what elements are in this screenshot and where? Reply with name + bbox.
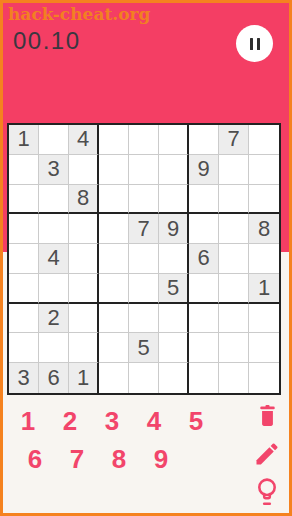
sudoku-board: 147398798465125361 bbox=[7, 123, 281, 395]
cell-r5c1[interactable] bbox=[9, 244, 39, 274]
cell-r4c3[interactable] bbox=[69, 214, 99, 244]
cell-r9c3[interactable]: 1 bbox=[69, 363, 99, 393]
pause-button[interactable] bbox=[236, 25, 273, 62]
cell-r3c1[interactable] bbox=[9, 185, 39, 215]
cell-r6c7[interactable] bbox=[189, 274, 219, 304]
cell-r1c9[interactable] bbox=[249, 125, 279, 155]
cell-r6c9[interactable]: 1 bbox=[249, 274, 279, 304]
cell-r7c9[interactable] bbox=[249, 304, 279, 334]
cell-r9c9[interactable] bbox=[249, 363, 279, 393]
cell-r4c5[interactable]: 7 bbox=[129, 214, 159, 244]
cell-r5c9[interactable] bbox=[249, 244, 279, 274]
numpad-button-9[interactable]: 9 bbox=[140, 441, 182, 477]
cell-r3c3[interactable]: 8 bbox=[69, 185, 99, 215]
cell-r3c7[interactable] bbox=[189, 185, 219, 215]
cell-r2c8[interactable] bbox=[219, 155, 249, 185]
cell-r8c9[interactable] bbox=[249, 333, 279, 363]
cell-r4c1[interactable] bbox=[9, 214, 39, 244]
cell-r7c5[interactable] bbox=[129, 304, 159, 334]
cell-r9c4[interactable] bbox=[99, 363, 129, 393]
pencil-button[interactable] bbox=[253, 440, 281, 468]
numpad-button-1[interactable]: 1 bbox=[7, 403, 49, 439]
cell-r3c9[interactable] bbox=[249, 185, 279, 215]
game-timer: 00.10 bbox=[13, 27, 81, 55]
cell-r3c4[interactable] bbox=[99, 185, 129, 215]
cell-r8c6[interactable] bbox=[159, 333, 189, 363]
cell-r4c9[interactable]: 8 bbox=[249, 214, 279, 244]
cell-r3c6[interactable] bbox=[159, 185, 189, 215]
numpad-button-6[interactable]: 6 bbox=[14, 441, 56, 477]
cell-r8c4[interactable] bbox=[99, 333, 129, 363]
cell-r9c7[interactable] bbox=[189, 363, 219, 393]
cell-r2c2[interactable]: 3 bbox=[39, 155, 69, 185]
cell-r2c5[interactable] bbox=[129, 155, 159, 185]
cell-r8c1[interactable] bbox=[9, 333, 39, 363]
numpad-row-2: 6789 bbox=[14, 441, 182, 477]
numpad-button-7[interactable]: 7 bbox=[56, 441, 98, 477]
numpad-button-2[interactable]: 2 bbox=[49, 403, 91, 439]
watermark-text: hack-cheat.org bbox=[8, 4, 150, 25]
cell-r2c4[interactable] bbox=[99, 155, 129, 185]
cell-r6c1[interactable] bbox=[9, 274, 39, 304]
cell-r8c5[interactable]: 5 bbox=[129, 333, 159, 363]
cell-r9c1[interactable]: 3 bbox=[9, 363, 39, 393]
cell-r6c5[interactable] bbox=[129, 274, 159, 304]
numpad-button-3[interactable]: 3 bbox=[91, 403, 133, 439]
cell-r5c6[interactable] bbox=[159, 244, 189, 274]
cell-r9c6[interactable] bbox=[159, 363, 189, 393]
cell-r8c3[interactable] bbox=[69, 333, 99, 363]
cell-r1c3[interactable]: 4 bbox=[69, 125, 99, 155]
cell-r2c1[interactable] bbox=[9, 155, 39, 185]
cell-r6c6[interactable]: 5 bbox=[159, 274, 189, 304]
cell-r3c8[interactable] bbox=[219, 185, 249, 215]
trash-icon bbox=[255, 414, 280, 431]
cell-r2c6[interactable] bbox=[159, 155, 189, 185]
cell-r6c3[interactable] bbox=[69, 274, 99, 304]
cell-r2c3[interactable] bbox=[69, 155, 99, 185]
cell-r5c5[interactable] bbox=[129, 244, 159, 274]
cell-r8c8[interactable] bbox=[219, 333, 249, 363]
lightbulb-icon bbox=[253, 494, 281, 511]
cell-r8c2[interactable] bbox=[39, 333, 69, 363]
cell-r5c8[interactable] bbox=[219, 244, 249, 274]
numpad-button-5[interactable]: 5 bbox=[175, 403, 217, 439]
cell-r6c8[interactable] bbox=[219, 274, 249, 304]
cell-r7c3[interactable] bbox=[69, 304, 99, 334]
cell-r5c2[interactable]: 4 bbox=[39, 244, 69, 274]
cell-r1c1[interactable]: 1 bbox=[9, 125, 39, 155]
cell-r5c3[interactable] bbox=[69, 244, 99, 274]
cell-r7c2[interactable]: 2 bbox=[39, 304, 69, 334]
pencil-icon bbox=[253, 454, 281, 471]
cell-r5c7[interactable]: 6 bbox=[189, 244, 219, 274]
cell-r6c2[interactable] bbox=[39, 274, 69, 304]
cell-r8c7[interactable] bbox=[189, 333, 219, 363]
cell-r1c8[interactable]: 7 bbox=[219, 125, 249, 155]
pause-icon bbox=[257, 38, 260, 50]
cell-r1c7[interactable] bbox=[189, 125, 219, 155]
cell-r6c4[interactable] bbox=[99, 274, 129, 304]
cell-r9c8[interactable] bbox=[219, 363, 249, 393]
cell-r4c7[interactable] bbox=[189, 214, 219, 244]
hint-button[interactable] bbox=[253, 476, 281, 508]
cell-r5c4[interactable] bbox=[99, 244, 129, 274]
cell-r4c8[interactable] bbox=[219, 214, 249, 244]
numpad-button-4[interactable]: 4 bbox=[133, 403, 175, 439]
cell-r1c6[interactable] bbox=[159, 125, 189, 155]
cell-r4c6[interactable]: 9 bbox=[159, 214, 189, 244]
cell-r7c8[interactable] bbox=[219, 304, 249, 334]
cell-r3c5[interactable] bbox=[129, 185, 159, 215]
sudoku-app-screen: hack-cheat.org 00.10 147398798465125361 … bbox=[0, 0, 292, 516]
cell-r7c1[interactable] bbox=[9, 304, 39, 334]
cell-r4c2[interactable] bbox=[39, 214, 69, 244]
cell-r1c5[interactable] bbox=[129, 125, 159, 155]
cell-r3c2[interactable] bbox=[39, 185, 69, 215]
cell-r1c4[interactable] bbox=[99, 125, 129, 155]
cell-r9c5[interactable] bbox=[129, 363, 159, 393]
cell-r7c4[interactable] bbox=[99, 304, 129, 334]
numpad-row-1: 12345 bbox=[7, 403, 217, 439]
cell-r2c7[interactable]: 9 bbox=[189, 155, 219, 185]
cell-r7c6[interactable] bbox=[159, 304, 189, 334]
cell-r7c7[interactable] bbox=[189, 304, 219, 334]
cell-r4c4[interactable] bbox=[99, 214, 129, 244]
cell-r1c2[interactable] bbox=[39, 125, 69, 155]
delete-button[interactable] bbox=[255, 403, 280, 428]
cell-r2c9[interactable] bbox=[249, 155, 279, 185]
numpad-button-8[interactable]: 8 bbox=[98, 441, 140, 477]
cell-r9c2[interactable]: 6 bbox=[39, 363, 69, 393]
pause-icon bbox=[250, 38, 253, 50]
